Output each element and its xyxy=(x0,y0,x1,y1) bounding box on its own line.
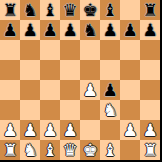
square-a3[interactable] xyxy=(0,100,20,120)
square-e7[interactable]: ♞ xyxy=(80,20,100,40)
white-knight-piece: ♞ xyxy=(22,140,37,160)
white-queen-piece: ♛ xyxy=(62,140,77,160)
square-b1[interactable]: ♞ xyxy=(20,140,40,160)
square-c2[interactable]: ♟ xyxy=(40,120,60,140)
square-d1[interactable]: ♛ xyxy=(60,140,80,160)
square-d8[interactable]: ♛ xyxy=(60,0,80,20)
square-e5[interactable] xyxy=(80,60,100,80)
square-a2[interactable]: ♟ xyxy=(0,120,20,140)
black-pawn-piece: ♟ xyxy=(2,20,17,40)
square-g5[interactable] xyxy=(120,60,140,80)
square-h2[interactable]: ♟ xyxy=(140,120,160,140)
square-g1[interactable] xyxy=(120,140,140,160)
square-b8[interactable]: ♞ xyxy=(20,0,40,20)
square-d6[interactable] xyxy=(60,40,80,60)
square-e8[interactable]: ♚ xyxy=(80,0,100,20)
black-pawn-piece: ♟ xyxy=(62,20,77,40)
square-h5[interactable] xyxy=(140,60,160,80)
white-bishop-piece: ♝ xyxy=(42,140,57,160)
square-f3[interactable]: ♞ xyxy=(100,100,120,120)
black-rook-piece: ♜ xyxy=(2,0,17,20)
white-pawn-piece: ♟ xyxy=(122,120,137,140)
black-bishop-piece: ♝ xyxy=(42,0,57,20)
square-h8[interactable]: ♜ xyxy=(140,0,160,20)
square-c1[interactable]: ♝ xyxy=(40,140,60,160)
square-g3[interactable] xyxy=(120,100,140,120)
square-c5[interactable] xyxy=(40,60,60,80)
black-king-piece: ♚ xyxy=(82,0,97,20)
white-pawn-piece: ♟ xyxy=(2,120,17,140)
square-a6[interactable] xyxy=(0,40,20,60)
square-b3[interactable] xyxy=(20,100,40,120)
square-a5[interactable] xyxy=(0,60,20,80)
black-pawn-piece: ♟ xyxy=(22,20,37,40)
white-rook-piece: ♜ xyxy=(142,140,157,160)
square-f6[interactable] xyxy=(100,40,120,60)
square-d3[interactable] xyxy=(60,100,80,120)
white-bishop-piece: ♝ xyxy=(102,140,117,160)
black-pawn-piece: ♟ xyxy=(102,20,117,40)
square-f7[interactable]: ♟ xyxy=(100,20,120,40)
white-pawn-piece: ♟ xyxy=(42,120,57,140)
square-a1[interactable]: ♜ xyxy=(0,140,20,160)
square-h4[interactable] xyxy=(140,80,160,100)
square-e3[interactable] xyxy=(80,100,100,120)
black-pawn-piece: ♟ xyxy=(102,80,117,100)
square-e1[interactable]: ♚ xyxy=(80,140,100,160)
white-pawn-piece: ♟ xyxy=(22,120,37,140)
white-king-piece: ♚ xyxy=(82,140,97,160)
square-b2[interactable]: ♟ xyxy=(20,120,40,140)
square-g8[interactable] xyxy=(120,0,140,20)
square-h3[interactable] xyxy=(140,100,160,120)
chess-board: ♜♞♝♛♚♝♜♟♟♟♟♞♟♟♟♟♟♞♟♟♟♟♟♟♜♞♝♛♚♝♜ xyxy=(0,0,162,162)
white-rook-piece: ♜ xyxy=(2,140,17,160)
black-pawn-piece: ♟ xyxy=(142,20,157,40)
square-c4[interactable] xyxy=(40,80,60,100)
square-a7[interactable]: ♟ xyxy=(0,20,20,40)
white-pawn-piece: ♟ xyxy=(62,120,77,140)
square-c3[interactable] xyxy=(40,100,60,120)
black-pawn-piece: ♟ xyxy=(42,20,57,40)
board-grid: ♜♞♝♛♚♝♜♟♟♟♟♞♟♟♟♟♟♞♟♟♟♟♟♟♜♞♝♛♚♝♜ xyxy=(0,0,160,160)
square-b4[interactable] xyxy=(20,80,40,100)
square-b5[interactable] xyxy=(20,60,40,80)
square-e2[interactable] xyxy=(80,120,100,140)
white-knight-piece: ♞ xyxy=(102,100,117,120)
square-b6[interactable] xyxy=(20,40,40,60)
square-b7[interactable]: ♟ xyxy=(20,20,40,40)
square-g2[interactable]: ♟ xyxy=(120,120,140,140)
square-d4[interactable] xyxy=(60,80,80,100)
black-knight-piece: ♞ xyxy=(82,20,97,40)
square-c7[interactable]: ♟ xyxy=(40,20,60,40)
square-f8[interactable]: ♝ xyxy=(100,0,120,20)
square-f4[interactable]: ♟ xyxy=(100,80,120,100)
black-knight-piece: ♞ xyxy=(22,0,37,20)
square-f2[interactable] xyxy=(100,120,120,140)
square-g6[interactable] xyxy=(120,40,140,60)
black-rook-piece: ♜ xyxy=(142,0,157,20)
square-e6[interactable] xyxy=(80,40,100,60)
black-bishop-piece: ♝ xyxy=(102,0,117,20)
square-d5[interactable] xyxy=(60,60,80,80)
square-h7[interactable]: ♟ xyxy=(140,20,160,40)
square-g4[interactable] xyxy=(120,80,140,100)
black-queen-piece: ♛ xyxy=(62,0,77,20)
square-h6[interactable] xyxy=(140,40,160,60)
square-a4[interactable] xyxy=(0,80,20,100)
square-a8[interactable]: ♜ xyxy=(0,0,20,20)
square-e4[interactable]: ♟ xyxy=(80,80,100,100)
square-g7[interactable]: ♟ xyxy=(120,20,140,40)
square-c6[interactable] xyxy=(40,40,60,60)
white-pawn-piece: ♟ xyxy=(82,80,97,100)
square-d7[interactable]: ♟ xyxy=(60,20,80,40)
square-h1[interactable]: ♜ xyxy=(140,140,160,160)
square-c8[interactable]: ♝ xyxy=(40,0,60,20)
square-d2[interactable]: ♟ xyxy=(60,120,80,140)
white-pawn-piece: ♟ xyxy=(142,120,157,140)
square-f1[interactable]: ♝ xyxy=(100,140,120,160)
square-f5[interactable] xyxy=(100,60,120,80)
black-pawn-piece: ♟ xyxy=(122,20,137,40)
